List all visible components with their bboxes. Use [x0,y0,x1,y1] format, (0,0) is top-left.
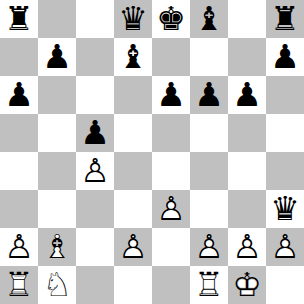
square-f4[interactable] [190,152,228,190]
square-a5[interactable] [0,114,38,152]
square-c4[interactable]: ♟♙ [76,152,114,190]
white-pawn-piece: ♙ [114,228,152,266]
square-h1[interactable] [266,266,304,304]
square-g2[interactable]: ♟♙ [228,228,266,266]
square-a7[interactable] [0,38,38,76]
square-g3[interactable] [228,190,266,228]
square-f5[interactable] [190,114,228,152]
white-pawn-piece: ♙ [190,228,228,266]
black-rook-piece: ♜ [0,0,38,38]
black-bishop-piece: ♝ [114,38,152,76]
square-c3[interactable] [76,190,114,228]
square-f8[interactable]: ♝ [190,0,228,38]
square-a4[interactable] [0,152,38,190]
square-b2[interactable]: ♝♗ [38,228,76,266]
square-d3[interactable] [114,190,152,228]
square-d7[interactable]: ♝ [114,38,152,76]
square-g1[interactable]: ♚♔ [228,266,266,304]
square-b6[interactable] [38,76,76,114]
square-a3[interactable] [0,190,38,228]
white-rook-piece: ♖ [0,266,38,304]
square-d1[interactable] [114,266,152,304]
square-c1[interactable] [76,266,114,304]
black-king-piece: ♚ [152,0,190,38]
black-pawn-piece: ♟ [152,76,190,114]
square-a1[interactable]: ♜♖ [0,266,38,304]
square-g8[interactable] [228,0,266,38]
square-b8[interactable] [38,0,76,38]
square-d6[interactable] [114,76,152,114]
white-pawn-piece: ♙ [152,190,190,228]
square-h8[interactable]: ♜ [266,0,304,38]
square-b3[interactable] [38,190,76,228]
square-c8[interactable] [76,0,114,38]
square-f3[interactable] [190,190,228,228]
square-c5[interactable]: ♟ [76,114,114,152]
white-pawn-piece: ♙ [76,152,114,190]
square-f2[interactable]: ♟♙ [190,228,228,266]
square-b5[interactable] [38,114,76,152]
square-a8[interactable]: ♜ [0,0,38,38]
square-d4[interactable] [114,152,152,190]
white-rook-piece: ♖ [190,266,228,304]
square-g4[interactable] [228,152,266,190]
square-d5[interactable] [114,114,152,152]
black-pawn-piece: ♟ [76,114,114,152]
white-pawn-piece: ♙ [0,228,38,266]
square-e6[interactable]: ♟ [152,76,190,114]
square-g6[interactable]: ♟ [228,76,266,114]
square-e3[interactable]: ♟♙ [152,190,190,228]
square-a2[interactable]: ♟♙ [0,228,38,266]
square-c6[interactable] [76,76,114,114]
white-pawn-piece: ♙ [228,228,266,266]
square-e4[interactable] [152,152,190,190]
black-pawn-piece: ♟ [0,76,38,114]
square-e7[interactable] [152,38,190,76]
square-b4[interactable] [38,152,76,190]
black-pawn-piece: ♟ [266,38,304,76]
white-knight-piece: ♘ [38,266,76,304]
black-bishop-piece: ♝ [190,0,228,38]
square-b7[interactable]: ♟ [38,38,76,76]
square-h4[interactable] [266,152,304,190]
square-g7[interactable] [228,38,266,76]
square-e8[interactable]: ♚ [152,0,190,38]
square-b1[interactable]: ♞♘ [38,266,76,304]
square-h3[interactable]: ♛ [266,190,304,228]
square-e2[interactable] [152,228,190,266]
black-rook-piece: ♜ [266,0,304,38]
square-g5[interactable] [228,114,266,152]
square-h5[interactable] [266,114,304,152]
square-h2[interactable]: ♟♙ [266,228,304,266]
square-d2[interactable]: ♟♙ [114,228,152,266]
square-f1[interactable]: ♜♖ [190,266,228,304]
square-e1[interactable] [152,266,190,304]
square-d8[interactable]: ♛ [114,0,152,38]
black-queen-piece: ♛ [266,190,304,228]
square-f7[interactable] [190,38,228,76]
black-pawn-piece: ♟ [190,76,228,114]
square-h6[interactable] [266,76,304,114]
white-bishop-piece: ♗ [38,228,76,266]
black-pawn-piece: ♟ [228,76,266,114]
chess-board: ♜♛♚♝♜♟♝♟♟♟♟♟♟♟♙♟♙♛♟♙♝♗♟♙♟♙♟♙♟♙♜♖♞♘♜♖♚♔ [0,0,304,304]
square-e5[interactable] [152,114,190,152]
square-c7[interactable] [76,38,114,76]
square-c2[interactable] [76,228,114,266]
square-h7[interactable]: ♟ [266,38,304,76]
black-pawn-piece: ♟ [38,38,76,76]
square-a6[interactable]: ♟ [0,76,38,114]
black-queen-piece: ♛ [114,0,152,38]
white-king-piece: ♔ [228,266,266,304]
white-pawn-piece: ♙ [266,228,304,266]
square-f6[interactable]: ♟ [190,76,228,114]
